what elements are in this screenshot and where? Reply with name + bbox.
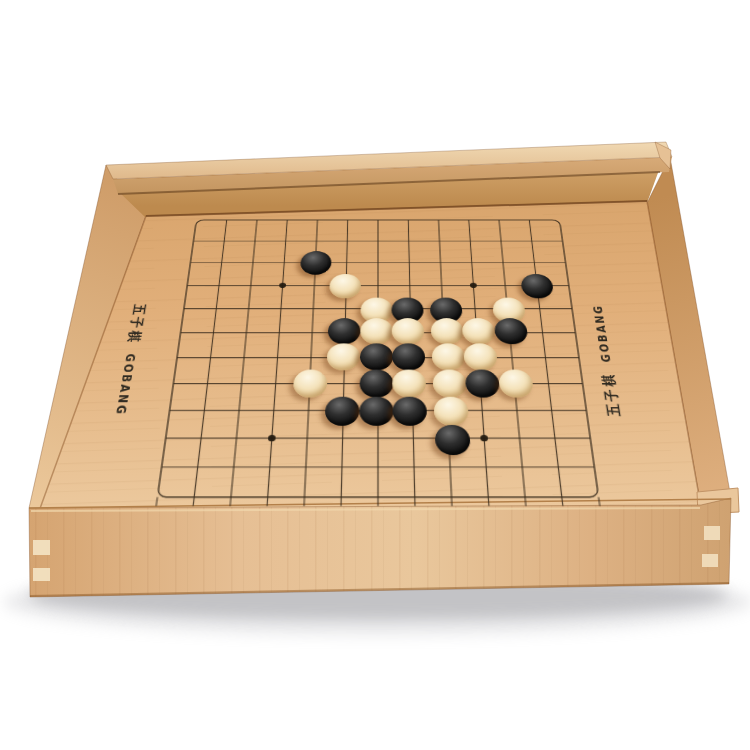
- box-floor-grain: [38, 201, 701, 514]
- finger-joint: [33, 540, 50, 555]
- product-photo: 五子棋 GOBANG 五子棋 GOBANG: [0, 0, 750, 750]
- wooden-box: [0, 0, 750, 750]
- finger-joint: [33, 568, 50, 581]
- finger-joint: [704, 526, 720, 540]
- finger-joint: [702, 554, 718, 567]
- box-front-wall-grain: [29, 498, 731, 597]
